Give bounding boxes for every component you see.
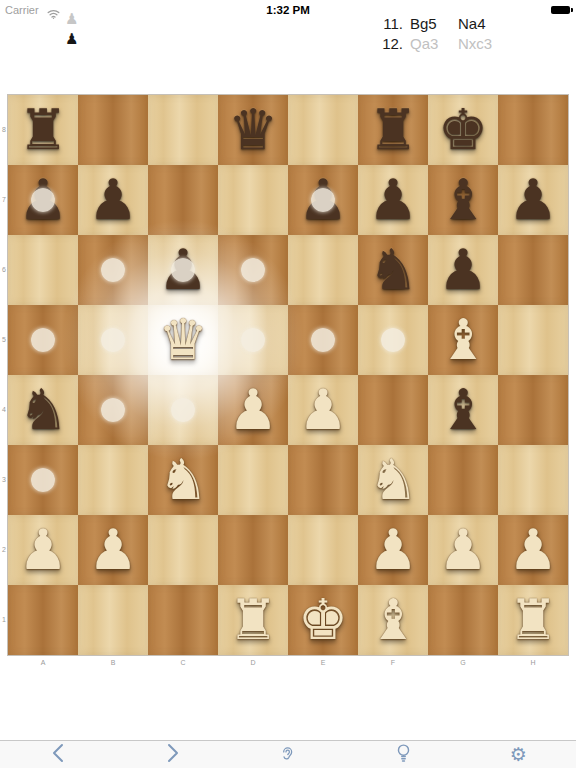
square-g1[interactable] (428, 585, 498, 655)
file-label-e: E (288, 656, 358, 669)
square-c8[interactable] (148, 95, 218, 165)
settings-button[interactable]: ⚙ (496, 741, 540, 768)
square-g3[interactable] (428, 445, 498, 515)
square-e4[interactable]: ♟ (288, 375, 358, 445)
piece-black-bishop[interactable]: ♝ (428, 165, 498, 235)
rank-label-5: 5 (0, 305, 8, 375)
legal-move-dot-b5[interactable] (101, 328, 125, 352)
white-pawn-icon: ♟ (65, 11, 78, 27)
square-b8[interactable] (78, 95, 148, 165)
square-a2[interactable]: ♟ (8, 515, 78, 585)
square-a6[interactable] (8, 235, 78, 305)
piece-black-knight[interactable]: ♞ (358, 235, 428, 305)
listen-button[interactable] (266, 741, 310, 768)
square-g4[interactable]: ♝ (428, 375, 498, 445)
square-f3[interactable]: ♞ (358, 445, 428, 515)
legal-move-dot-a5[interactable] (31, 328, 55, 352)
black-pawn-icon: ♟ (65, 31, 78, 47)
square-b2[interactable]: ♟ (78, 515, 148, 585)
piece-white-bishop[interactable]: ♝ (358, 585, 428, 655)
square-c4[interactable] (148, 375, 218, 445)
legal-move-dot-c4[interactable] (171, 398, 195, 422)
black-move[interactable]: Na4 (458, 14, 522, 34)
piece-black-king[interactable]: ♚ (428, 95, 498, 165)
square-c6[interactable]: ♟ (148, 235, 218, 305)
square-e2[interactable] (288, 515, 358, 585)
legal-move-dot-d6[interactable] (241, 258, 265, 282)
chevron-left-icon (52, 743, 64, 766)
rank-labels: 87654321 (0, 95, 8, 655)
square-d2[interactable] (218, 515, 288, 585)
square-c1[interactable] (148, 585, 218, 655)
legal-move-dot-c6[interactable] (171, 258, 195, 282)
legal-move-dot-e7[interactable] (311, 188, 335, 212)
rank-label-4: 4 (0, 375, 8, 445)
piece-black-rook[interactable]: ♜ (358, 95, 428, 165)
white-move[interactable]: Qa3 (410, 34, 458, 54)
square-h3[interactable] (498, 445, 568, 515)
square-h7[interactable]: ♟ (498, 165, 568, 235)
square-f7[interactable]: ♟ (358, 165, 428, 235)
piece-white-rook[interactable]: ♜ (498, 585, 568, 655)
square-f6[interactable]: ♞ (358, 235, 428, 305)
square-d7[interactable] (218, 165, 288, 235)
square-a1[interactable] (8, 585, 78, 655)
square-e6[interactable] (288, 235, 358, 305)
piece-white-knight[interactable]: ♞ (358, 445, 428, 515)
legal-move-dot-a3[interactable] (31, 468, 55, 492)
legal-move-dot-d5[interactable] (241, 328, 265, 352)
forward-button[interactable] (151, 741, 195, 768)
board-grid[interactable]: ♜♛♜♚♟♟♟♟♝♟♟♞♟♛♝♞♟♟♝♞♞♟♟♟♟♟♜♚♝♜ (8, 95, 568, 655)
square-f1[interactable]: ♝ (358, 585, 428, 655)
square-b1[interactable] (78, 585, 148, 655)
legal-move-dot-a7[interactable] (31, 188, 55, 212)
piece-black-knight[interactable]: ♞ (8, 375, 78, 445)
piece-black-pawn[interactable]: ♟ (78, 165, 148, 235)
square-h2[interactable]: ♟ (498, 515, 568, 585)
toolbar: ⚙ (0, 740, 576, 768)
square-d6[interactable] (218, 235, 288, 305)
square-e7[interactable]: ♟ (288, 165, 358, 235)
piece-white-pawn[interactable]: ♟ (428, 515, 498, 585)
square-d8[interactable]: ♛ (218, 95, 288, 165)
file-label-f: F (358, 656, 428, 669)
square-b4[interactable] (78, 375, 148, 445)
piece-white-king[interactable]: ♚ (288, 585, 358, 655)
move-panel: ♟ ♟ 11.Bg5Na412.Qa3Nxc3 (0, 0, 576, 95)
lightbulb-icon (394, 743, 413, 766)
rank-label-8: 8 (0, 95, 8, 165)
piece-white-pawn[interactable]: ♟ (78, 515, 148, 585)
square-d3[interactable] (218, 445, 288, 515)
file-label-d: D (218, 656, 288, 669)
gear-icon: ⚙ (510, 745, 527, 764)
square-a3[interactable] (8, 445, 78, 515)
square-f8[interactable]: ♜ (358, 95, 428, 165)
square-f4[interactable] (358, 375, 428, 445)
square-h4[interactable] (498, 375, 568, 445)
square-g6[interactable]: ♟ (428, 235, 498, 305)
move-row: 11.Bg5Na4 (370, 14, 522, 34)
piece-white-pawn[interactable]: ♟ (218, 375, 288, 445)
square-g2[interactable]: ♟ (428, 515, 498, 585)
piece-white-pawn[interactable]: ♟ (358, 515, 428, 585)
legal-move-dot-b6[interactable] (101, 258, 125, 282)
square-b7[interactable]: ♟ (78, 165, 148, 235)
file-label-h: H (498, 656, 568, 669)
piece-black-pawn[interactable]: ♟ (498, 165, 568, 235)
rank-label-3: 3 (0, 445, 8, 515)
square-c3[interactable]: ♞ (148, 445, 218, 515)
piece-white-queen[interactable]: ♛ (148, 305, 218, 375)
piece-black-pawn[interactable]: ♟ (358, 165, 428, 235)
file-label-c: C (148, 656, 218, 669)
square-d5[interactable] (218, 305, 288, 375)
square-a5[interactable] (8, 305, 78, 375)
black-move[interactable]: Nxc3 (458, 34, 522, 54)
rank-label-7: 7 (0, 165, 8, 235)
square-e5[interactable] (288, 305, 358, 375)
move-row: 12.Qa3Nxc3 (370, 34, 522, 54)
move-number: 12. (370, 34, 403, 54)
piece-black-rook[interactable]: ♜ (8, 95, 78, 165)
square-b3[interactable] (78, 445, 148, 515)
square-g5[interactable]: ♝ (428, 305, 498, 375)
square-b5[interactable] (78, 305, 148, 375)
piece-white-knight[interactable]: ♞ (148, 445, 218, 515)
back-button[interactable] (36, 741, 80, 768)
piece-white-pawn[interactable]: ♟ (288, 375, 358, 445)
chess-board: 87654321 ♜♛♜♚♟♟♟♟♝♟♟♞♟♛♝♞♟♟♝♞♞♟♟♟♟♟♜♚♝♜ … (8, 95, 568, 655)
legal-move-dot-b4[interactable] (101, 398, 125, 422)
square-d1[interactable]: ♜ (218, 585, 288, 655)
file-label-a: A (8, 656, 78, 669)
move-number: 11. (370, 14, 403, 34)
legal-move-dot-f5[interactable] (381, 328, 405, 352)
file-label-g: G (428, 656, 498, 669)
piece-white-pawn[interactable]: ♟ (8, 515, 78, 585)
legal-move-dot-e5[interactable] (311, 328, 335, 352)
square-e1[interactable]: ♚ (288, 585, 358, 655)
piece-white-pawn[interactable]: ♟ (498, 515, 568, 585)
hint-button[interactable] (381, 741, 425, 768)
file-label-b: B (78, 656, 148, 669)
piece-black-queen[interactable]: ♛ (218, 95, 288, 165)
square-c2[interactable] (148, 515, 218, 585)
square-d4[interactable]: ♟ (218, 375, 288, 445)
square-a4[interactable]: ♞ (8, 375, 78, 445)
square-b6[interactable] (78, 235, 148, 305)
square-g7[interactable]: ♝ (428, 165, 498, 235)
square-g8[interactable]: ♚ (428, 95, 498, 165)
square-c7[interactable] (148, 165, 218, 235)
piece-black-bishop[interactable]: ♝ (428, 375, 498, 445)
piece-white-rook[interactable]: ♜ (218, 585, 288, 655)
square-a8[interactable]: ♜ (8, 95, 78, 165)
square-f5[interactable] (358, 305, 428, 375)
white-move[interactable]: Bg5 (410, 14, 458, 34)
rank-label-1: 1 (0, 585, 8, 655)
square-c5[interactable]: ♛ (148, 305, 218, 375)
piece-white-bishop[interactable]: ♝ (428, 305, 498, 375)
square-h8[interactable] (498, 95, 568, 165)
ear-icon (278, 744, 297, 766)
square-h1[interactable]: ♜ (498, 585, 568, 655)
square-e3[interactable] (288, 445, 358, 515)
piece-black-pawn[interactable]: ♟ (428, 235, 498, 305)
square-a7[interactable]: ♟ (8, 165, 78, 235)
chevron-right-icon (167, 743, 179, 766)
move-list: 11.Bg5Na412.Qa3Nxc3 (370, 14, 522, 54)
square-h6[interactable] (498, 235, 568, 305)
square-f2[interactable]: ♟ (358, 515, 428, 585)
rank-label-2: 2 (0, 515, 8, 585)
square-h5[interactable] (498, 305, 568, 375)
square-e8[interactable] (288, 95, 358, 165)
file-labels: ABCDEFGH (8, 656, 568, 669)
rank-label-6: 6 (0, 235, 8, 305)
